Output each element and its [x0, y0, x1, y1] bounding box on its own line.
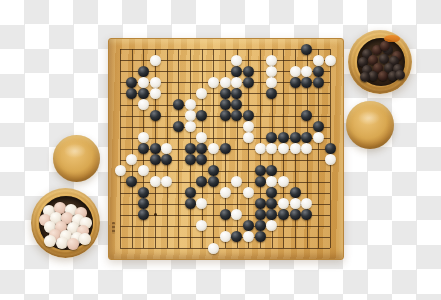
white-stone [255, 143, 266, 154]
black-stone [185, 154, 196, 165]
white-stone [290, 143, 301, 154]
white-stone [243, 187, 254, 198]
black-stone [126, 77, 137, 88]
grid-line [120, 248, 330, 249]
black-stone [266, 209, 277, 220]
white-stone [301, 198, 312, 209]
black-stone [313, 121, 324, 132]
black-stone [290, 77, 301, 88]
white-stone [185, 99, 196, 110]
white-stone [208, 143, 219, 154]
white-stone [150, 88, 161, 99]
white-stone [266, 66, 277, 77]
black-stone [138, 143, 149, 154]
white-stone [196, 132, 207, 143]
go-board [108, 38, 344, 260]
black-stone [173, 99, 184, 110]
right-bowl-lid [346, 101, 394, 149]
black-stone [301, 44, 312, 55]
white-stone [196, 198, 207, 209]
white-stone [278, 176, 289, 187]
white-stone [185, 110, 196, 121]
grid-line [120, 171, 330, 172]
white-stone [266, 77, 277, 88]
bowl-white-stone [67, 238, 79, 250]
black-stone [266, 132, 277, 143]
black-stone [220, 143, 231, 154]
board-edge-stamp [112, 222, 115, 234]
bowl-white-stone [44, 235, 56, 247]
black-stone [231, 66, 242, 77]
black-stone [150, 110, 161, 121]
black-stone [220, 88, 231, 99]
white-stone [266, 220, 277, 231]
white-stone [243, 231, 254, 242]
black-stone [301, 77, 312, 88]
white-stone [220, 77, 231, 88]
black-stone [173, 121, 184, 132]
black-stone [231, 231, 242, 242]
black-stone [243, 110, 254, 121]
black-stone [196, 110, 207, 121]
white-stone [278, 143, 289, 154]
white-stone [161, 143, 172, 154]
white-stone [313, 132, 324, 143]
black-stone [255, 209, 266, 220]
white-stone [266, 55, 277, 66]
white-stone [243, 121, 254, 132]
black-stone [255, 165, 266, 176]
white-stone [220, 231, 231, 242]
black-stone [325, 143, 336, 154]
black-stone [208, 176, 219, 187]
black-stone [138, 187, 149, 198]
black-stone [278, 132, 289, 143]
black-stone [266, 88, 277, 99]
white-stone [325, 55, 336, 66]
black-stone [150, 154, 161, 165]
white-stone [220, 187, 231, 198]
white-stone [231, 176, 242, 187]
white-stone [231, 77, 242, 88]
white-stone [208, 77, 219, 88]
black-stone [208, 165, 219, 176]
white-stone [115, 165, 126, 176]
black-stone [231, 110, 242, 121]
bowl-black-stone [395, 70, 406, 81]
black-stone [231, 88, 242, 99]
black-stone [126, 176, 137, 187]
white-stone [278, 198, 289, 209]
black-stone [138, 209, 149, 220]
star-point [154, 213, 157, 216]
white-stone [161, 176, 172, 187]
white-stone [243, 132, 254, 143]
black-stone [290, 132, 301, 143]
black-stone [243, 77, 254, 88]
left-bowl-lid [53, 135, 100, 182]
black-stone [138, 198, 149, 209]
black-stone [126, 88, 137, 99]
grid-line [120, 226, 330, 227]
black-stone [266, 187, 277, 198]
black-stone [220, 209, 231, 220]
black-stone [243, 66, 254, 77]
white-stone [266, 176, 277, 187]
black-stone [301, 110, 312, 121]
white-stone [138, 165, 149, 176]
white-stone [266, 143, 277, 154]
white-bowl-stones [31, 188, 100, 258]
bowl-white-stone [56, 237, 68, 249]
black-stone [255, 220, 266, 231]
black-stone [150, 143, 161, 154]
black-stone [255, 198, 266, 209]
white-stone [290, 198, 301, 209]
white-stone [231, 55, 242, 66]
black-stone [220, 99, 231, 110]
black-stone [185, 187, 196, 198]
black-stone [196, 143, 207, 154]
black-stone [255, 231, 266, 242]
black-stone [231, 99, 242, 110]
white-stone [196, 220, 207, 231]
bowl-white-stone [79, 233, 91, 245]
white-stone [138, 99, 149, 110]
black-bowl-stones [348, 30, 412, 94]
white-stone [138, 77, 149, 88]
black-stone [185, 198, 196, 209]
white-stone [150, 77, 161, 88]
black-stone [185, 143, 196, 154]
black-stone [220, 110, 231, 121]
white-stone [313, 55, 324, 66]
white-stone [126, 154, 137, 165]
black-stone [313, 77, 324, 88]
white-stone [185, 121, 196, 132]
black-stone [196, 176, 207, 187]
black-stone [196, 154, 207, 165]
bowl-black-stone [378, 71, 389, 82]
white-stone [150, 55, 161, 66]
black-stone [161, 154, 172, 165]
black-stone [138, 66, 149, 77]
photo-background [0, 0, 441, 300]
bowl-black-stone [360, 72, 371, 83]
white-stone-bowl [31, 188, 100, 258]
black-stone [290, 209, 301, 220]
black-stone [266, 165, 277, 176]
black-stone-bowl [348, 30, 412, 94]
black-stone [290, 187, 301, 198]
black-stone [266, 198, 277, 209]
white-stone [301, 143, 312, 154]
white-stone [290, 66, 301, 77]
white-stone [301, 66, 312, 77]
black-stone [243, 220, 254, 231]
black-stone [301, 132, 312, 143]
white-stone [196, 88, 207, 99]
white-stone [150, 176, 161, 187]
white-stone [138, 132, 149, 143]
black-stone [138, 88, 149, 99]
black-stone [313, 66, 324, 77]
black-stone [278, 209, 289, 220]
white-stone [231, 209, 242, 220]
black-stone [301, 209, 312, 220]
black-stone [255, 176, 266, 187]
white-stone [325, 154, 336, 165]
white-stone [208, 243, 219, 254]
